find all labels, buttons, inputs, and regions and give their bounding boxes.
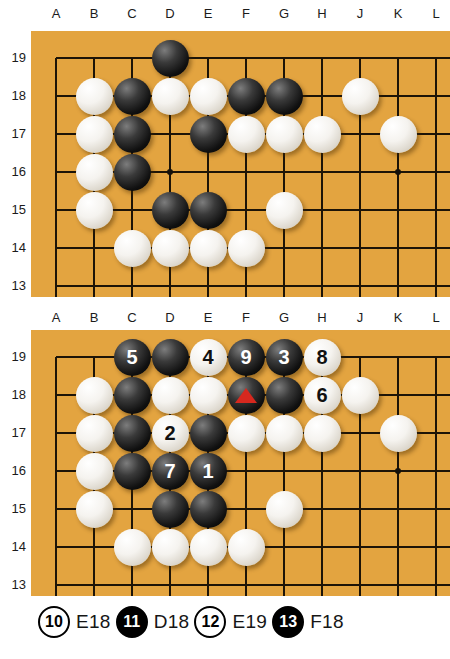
stone-white-C14 <box>114 529 151 566</box>
stone-black-D19 <box>152 339 189 376</box>
stone-white-B18 <box>76 377 113 414</box>
row-label-16: 16 <box>0 164 26 180</box>
intersection-C16 <box>113 153 151 191</box>
stone-white-E18 <box>190 78 227 115</box>
stone-white-H19: 8 <box>304 339 341 376</box>
intersection-D19 <box>151 338 189 376</box>
stone-white-E19: 4 <box>190 339 227 376</box>
stone-white-H18: 6 <box>304 377 341 414</box>
intersection-B16 <box>75 452 113 490</box>
stone-white-E18 <box>190 377 227 414</box>
column-label-E: E <box>193 311 223 325</box>
stone-black-F18 <box>228 78 265 115</box>
row-label-13: 13 <box>0 577 26 593</box>
move-caption: 10E1811D1812E1913F18 <box>38 604 349 640</box>
stone-black-E16: 1 <box>190 453 227 490</box>
goban-grid: 549386271 <box>37 338 450 596</box>
stone-number: 5 <box>126 347 137 367</box>
intersection-D18 <box>151 376 189 414</box>
row-label-18: 18 <box>0 88 26 104</box>
intersection-E19: 4 <box>189 338 227 376</box>
intersection-F17 <box>227 115 265 153</box>
column-label-E: E <box>193 7 223 21</box>
go-diagram-top: ABCDEFGHJKL19181716151413 <box>0 0 450 298</box>
column-label-F: F <box>231 311 261 325</box>
stone-white-H17 <box>304 415 341 452</box>
intersection-F18 <box>227 77 265 115</box>
intersection-C17 <box>113 115 151 153</box>
move-point-11: D18 <box>154 611 190 633</box>
stone-black-E15 <box>190 491 227 528</box>
row-label-14: 14 <box>0 539 26 555</box>
column-label-C: C <box>117 311 147 325</box>
intersection-K17 <box>379 414 417 452</box>
stone-white-D14 <box>152 230 189 267</box>
stone-white-D18 <box>152 377 189 414</box>
stone-black-C19: 5 <box>114 339 151 376</box>
stone-black-C17 <box>114 415 151 452</box>
intersection-G17 <box>265 414 303 452</box>
stone-white-G17 <box>266 116 303 153</box>
intersection-D15 <box>151 490 189 528</box>
stone-number: 1 <box>202 461 213 481</box>
column-label-D: D <box>155 7 185 21</box>
stone-black-C16 <box>114 154 151 191</box>
move-point-13: F18 <box>310 611 344 633</box>
intersection-G19: 3 <box>265 338 303 376</box>
stone-white-D17: 2 <box>152 415 189 452</box>
move-point-10: E18 <box>76 611 111 633</box>
stone-black-D15 <box>152 192 189 229</box>
intersection-H18: 6 <box>303 376 341 414</box>
intersection-D17: 2 <box>151 414 189 452</box>
stone-number: 4 <box>202 347 213 367</box>
column-label-H: H <box>307 7 337 21</box>
stone-black-F18 <box>228 377 265 414</box>
intersection-C18 <box>113 77 151 115</box>
column-label-K: K <box>383 7 413 21</box>
goban: 549386271 <box>31 330 450 596</box>
intersection-E17 <box>189 115 227 153</box>
stone-white-B17 <box>76 415 113 452</box>
stone-white-F14 <box>228 230 265 267</box>
intersection-B17 <box>75 414 113 452</box>
intersection-D14 <box>151 528 189 566</box>
stone-white-C14 <box>114 230 151 267</box>
column-label-G: G <box>269 311 299 325</box>
move-point-12: E19 <box>232 611 267 633</box>
intersection-D14 <box>151 229 189 267</box>
row-label-15: 15 <box>0 501 26 517</box>
intersection-B18 <box>75 376 113 414</box>
row-label-13: 13 <box>0 278 26 294</box>
stone-black-G19: 3 <box>266 339 303 376</box>
stone-white-D14 <box>152 529 189 566</box>
stone-white-G15 <box>266 491 303 528</box>
stone-black-F19: 9 <box>228 339 265 376</box>
intersection-D18 <box>151 77 189 115</box>
intersection-B18 <box>75 77 113 115</box>
stone-white-F17 <box>228 116 265 153</box>
stone-white-D18 <box>152 78 189 115</box>
go-diagram-bottom: ABCDEFGHJKL19181716151413549386271 <box>0 299 450 597</box>
intersection-B16 <box>75 153 113 191</box>
triangle-marker <box>235 388 257 403</box>
column-label-B: B <box>79 7 109 21</box>
intersection-G17 <box>265 115 303 153</box>
intersection-D16: 7 <box>151 452 189 490</box>
stone-white-J18 <box>342 377 379 414</box>
row-label-14: 14 <box>0 240 26 256</box>
column-label-H: H <box>307 311 337 325</box>
column-label-C: C <box>117 7 147 21</box>
intersection-C14 <box>113 229 151 267</box>
stone-black-E15 <box>190 192 227 229</box>
intersection-J18 <box>341 376 379 414</box>
stone-black-E17 <box>190 415 227 452</box>
stone-black-D15 <box>152 491 189 528</box>
stone-number: 8 <box>316 347 327 367</box>
intersection-C18 <box>113 376 151 414</box>
stone-number: 6 <box>316 385 327 405</box>
intersection-G15 <box>265 490 303 528</box>
stone-white-B15 <box>76 192 113 229</box>
stone-number: 2 <box>164 423 175 443</box>
stone-white-B15 <box>76 491 113 528</box>
stone-white-G15 <box>266 192 303 229</box>
goban <box>31 31 450 297</box>
stone-white-B16 <box>76 453 113 490</box>
row-label-15: 15 <box>0 202 26 218</box>
intersection-B17 <box>75 115 113 153</box>
stone-number: 3 <box>278 347 289 367</box>
move-badge-10: 10 <box>38 606 70 638</box>
column-label-L: L <box>421 311 450 325</box>
column-label-J: J <box>345 311 375 325</box>
column-label-D: D <box>155 311 185 325</box>
intersection-E17 <box>189 414 227 452</box>
row-label-17: 17 <box>0 126 26 142</box>
intersection-E15 <box>189 490 227 528</box>
intersection-F14 <box>227 229 265 267</box>
intersection-F17 <box>227 414 265 452</box>
intersection-C19: 5 <box>113 338 151 376</box>
stone-black-C18 <box>114 377 151 414</box>
stone-white-B18 <box>76 78 113 115</box>
column-label-G: G <box>269 7 299 21</box>
column-label-A: A <box>41 7 71 21</box>
column-label-J: J <box>345 7 375 21</box>
intersection-D19 <box>151 39 189 77</box>
stone-white-E14 <box>190 529 227 566</box>
row-label-19: 19 <box>0 349 26 365</box>
stone-number: 9 <box>240 347 251 367</box>
move-badge-11: 11 <box>116 606 148 638</box>
stone-white-H17 <box>304 116 341 153</box>
intersection-D15 <box>151 191 189 229</box>
stone-black-C18 <box>114 78 151 115</box>
intersection-G15 <box>265 191 303 229</box>
stone-number: 7 <box>164 461 175 481</box>
stone-black-C16 <box>114 453 151 490</box>
intersection-H19: 8 <box>303 338 341 376</box>
intersection-F14 <box>227 528 265 566</box>
intersection-E16: 1 <box>189 452 227 490</box>
intersection-K17 <box>379 115 417 153</box>
intersection-G18 <box>265 77 303 115</box>
intersection-E15 <box>189 191 227 229</box>
stone-white-J18 <box>342 78 379 115</box>
stone-white-B16 <box>76 154 113 191</box>
intersection-J18 <box>341 77 379 115</box>
column-label-K: K <box>383 311 413 325</box>
stone-black-G18 <box>266 78 303 115</box>
intersection-H17 <box>303 115 341 153</box>
stone-white-E14 <box>190 230 227 267</box>
stone-black-D19 <box>152 40 189 77</box>
intersection-C16 <box>113 452 151 490</box>
goban-grid <box>37 39 450 297</box>
stone-white-F14 <box>228 529 265 566</box>
stone-black-E17 <box>190 116 227 153</box>
stone-black-G18 <box>266 377 303 414</box>
intersection-C17 <box>113 414 151 452</box>
intersection-H17 <box>303 414 341 452</box>
column-label-L: L <box>421 7 450 21</box>
row-label-16: 16 <box>0 463 26 479</box>
intersection-E14 <box>189 229 227 267</box>
intersection-B15 <box>75 490 113 528</box>
intersection-F18 <box>227 376 265 414</box>
move-badge-13: 13 <box>272 606 304 638</box>
stone-white-G17 <box>266 415 303 452</box>
intersection-E18 <box>189 376 227 414</box>
stone-white-K17 <box>380 415 417 452</box>
row-label-17: 17 <box>0 425 26 441</box>
column-label-B: B <box>79 311 109 325</box>
intersection-E18 <box>189 77 227 115</box>
intersection-E14 <box>189 528 227 566</box>
column-label-A: A <box>41 311 71 325</box>
intersection-G18 <box>265 376 303 414</box>
stone-black-C17 <box>114 116 151 153</box>
stone-white-F17 <box>228 415 265 452</box>
intersection-F19: 9 <box>227 338 265 376</box>
stone-white-B17 <box>76 116 113 153</box>
stone-white-K17 <box>380 116 417 153</box>
column-label-F: F <box>231 7 261 21</box>
row-label-19: 19 <box>0 50 26 66</box>
row-label-18: 18 <box>0 387 26 403</box>
intersection-B15 <box>75 191 113 229</box>
intersection-C14 <box>113 528 151 566</box>
move-badge-12: 12 <box>194 606 226 638</box>
stone-black-D16: 7 <box>152 453 189 490</box>
